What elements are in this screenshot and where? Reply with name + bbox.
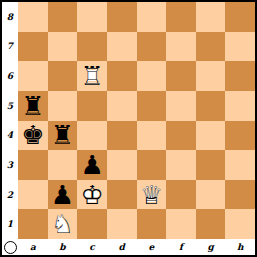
- piece-white-queen-e2[interactable]: ♛♕: [137, 180, 167, 210]
- piece-white-knight-b1[interactable]: ♞♘: [48, 209, 78, 239]
- file-label-d: d: [107, 239, 137, 255]
- square-c8[interactable]: [77, 2, 107, 32]
- square-e7[interactable]: [137, 32, 167, 62]
- square-b6[interactable]: [48, 61, 78, 91]
- square-a6[interactable]: [18, 61, 48, 91]
- square-c5[interactable]: [77, 91, 107, 121]
- square-e2[interactable]: ♛♕: [137, 180, 167, 210]
- square-a4[interactable]: ♚: [18, 121, 48, 151]
- white-rook-icon: ♖: [77, 61, 107, 91]
- square-a3[interactable]: [18, 150, 48, 180]
- file-label-a: a: [18, 239, 48, 255]
- square-h3[interactable]: [225, 150, 255, 180]
- square-b5[interactable]: [48, 91, 78, 121]
- black-pawn-icon: ♟: [48, 180, 78, 210]
- square-d2[interactable]: [107, 180, 137, 210]
- file-labels: abcdefgh: [18, 239, 255, 255]
- rank-label-8: 8: [2, 2, 18, 32]
- square-g7[interactable]: [196, 32, 226, 62]
- white-to-move-indicator-icon: [4, 241, 17, 254]
- file-label-e: e: [137, 239, 167, 255]
- square-d8[interactable]: [107, 2, 137, 32]
- square-g1[interactable]: [196, 209, 226, 239]
- piece-white-rook-c6[interactable]: ♜♖: [77, 61, 107, 91]
- square-f1[interactable]: [166, 209, 196, 239]
- file-label-c: c: [77, 239, 107, 255]
- white-queen-icon: ♕: [137, 180, 167, 210]
- square-h7[interactable]: [225, 32, 255, 62]
- square-g3[interactable]: [196, 150, 226, 180]
- square-a1[interactable]: [18, 209, 48, 239]
- corner-area: [2, 239, 18, 255]
- square-c3[interactable]: ♟: [77, 150, 107, 180]
- square-g4[interactable]: [196, 121, 226, 151]
- chess-board[interactable]: ♜♖♜♚♜♟♟♚♔♛♕♞♘: [18, 2, 255, 239]
- rank-label-5: 5: [2, 91, 18, 121]
- square-a8[interactable]: [18, 2, 48, 32]
- square-f8[interactable]: [166, 2, 196, 32]
- chess-diagram-frame: 87654321 ♜♖♜♚♜♟♟♚♔♛♕♞♘ abcdefgh: [0, 0, 257, 257]
- square-h5[interactable]: [225, 91, 255, 121]
- square-f2[interactable]: [166, 180, 196, 210]
- file-label-g: g: [196, 239, 226, 255]
- square-a5[interactable]: ♜: [18, 91, 48, 121]
- square-b8[interactable]: [48, 2, 78, 32]
- square-d7[interactable]: [107, 32, 137, 62]
- rank-label-1: 1: [2, 209, 18, 239]
- square-f4[interactable]: [166, 121, 196, 151]
- square-h6[interactable]: [225, 61, 255, 91]
- square-b3[interactable]: [48, 150, 78, 180]
- piece-black-pawn-b2[interactable]: ♟: [48, 180, 78, 210]
- square-h4[interactable]: [225, 121, 255, 151]
- rank-label-7: 7: [2, 32, 18, 62]
- square-g2[interactable]: [196, 180, 226, 210]
- file-label-h: h: [225, 239, 255, 255]
- square-a7[interactable]: [18, 32, 48, 62]
- square-g5[interactable]: [196, 91, 226, 121]
- square-h1[interactable]: [225, 209, 255, 239]
- rank-label-6: 6: [2, 61, 18, 91]
- square-f6[interactable]: [166, 61, 196, 91]
- square-f3[interactable]: [166, 150, 196, 180]
- square-e5[interactable]: [137, 91, 167, 121]
- square-d6[interactable]: [107, 61, 137, 91]
- square-e6[interactable]: [137, 61, 167, 91]
- square-g8[interactable]: [196, 2, 226, 32]
- piece-black-pawn-c3[interactable]: ♟: [77, 150, 107, 180]
- square-h2[interactable]: [225, 180, 255, 210]
- file-label-f: f: [166, 239, 196, 255]
- white-knight-icon: ♘: [48, 209, 78, 239]
- square-c7[interactable]: [77, 32, 107, 62]
- square-h8[interactable]: [225, 2, 255, 32]
- rank-label-3: 3: [2, 150, 18, 180]
- piece-black-king-a4[interactable]: ♚: [18, 121, 48, 151]
- square-a2[interactable]: [18, 180, 48, 210]
- square-c1[interactable]: [77, 209, 107, 239]
- square-e4[interactable]: [137, 121, 167, 151]
- file-label-b: b: [48, 239, 78, 255]
- rank-label-2: 2: [2, 180, 18, 210]
- black-king-icon: ♚: [18, 121, 48, 151]
- square-b4[interactable]: ♜: [48, 121, 78, 151]
- black-rook-icon: ♜: [18, 91, 48, 121]
- diagram-inner: 87654321 ♜♖♜♚♜♟♟♚♔♛♕♞♘ abcdefgh: [2, 2, 255, 255]
- square-b2[interactable]: ♟: [48, 180, 78, 210]
- rank-labels: 87654321: [2, 2, 18, 239]
- square-b1[interactable]: ♞♘: [48, 209, 78, 239]
- piece-white-king-c2[interactable]: ♚♔: [77, 180, 107, 210]
- square-d5[interactable]: [107, 91, 137, 121]
- black-pawn-icon: ♟: [77, 150, 107, 180]
- square-d3[interactable]: [107, 150, 137, 180]
- square-d1[interactable]: [107, 209, 137, 239]
- square-e1[interactable]: [137, 209, 167, 239]
- rank-label-4: 4: [2, 121, 18, 151]
- square-f7[interactable]: [166, 32, 196, 62]
- square-c6[interactable]: ♜♖: [77, 61, 107, 91]
- white-king-icon: ♔: [77, 180, 107, 210]
- square-b7[interactable]: [48, 32, 78, 62]
- square-e3[interactable]: [137, 150, 167, 180]
- square-c2[interactable]: ♚♔: [77, 180, 107, 210]
- piece-black-rook-a5[interactable]: ♜: [18, 91, 48, 121]
- piece-black-rook-b4[interactable]: ♜: [48, 121, 78, 151]
- square-e8[interactable]: [137, 2, 167, 32]
- square-d4[interactable]: [107, 121, 137, 151]
- square-c4[interactable]: [77, 121, 107, 151]
- square-f5[interactable]: [166, 91, 196, 121]
- square-g6[interactable]: [196, 61, 226, 91]
- black-rook-icon: ♜: [48, 121, 78, 151]
